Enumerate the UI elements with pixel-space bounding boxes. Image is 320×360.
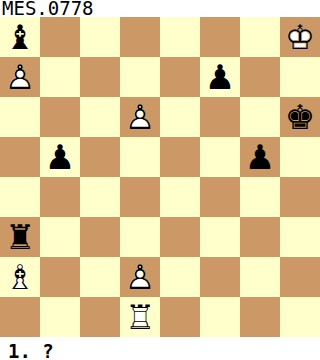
square-c2[interactable] [80, 257, 120, 297]
white-bishop: ♝♗ [0, 257, 40, 297]
square-a8[interactable]: ♝ [0, 17, 40, 57]
white-pawn: ♟♙ [120, 97, 160, 137]
square-b5[interactable]: ♟ [40, 137, 80, 177]
chess-board: ♝♚♔♟♙♟♟♙♚♟♟♜♝♗♟♙♜♖ [0, 17, 320, 337]
square-c5[interactable] [80, 137, 120, 177]
square-g8[interactable] [240, 17, 280, 57]
black-pawn: ♟ [40, 137, 80, 177]
square-f2[interactable] [200, 257, 240, 297]
white-rook: ♜♖ [120, 297, 160, 337]
square-b6[interactable] [40, 97, 80, 137]
square-b1[interactable] [40, 297, 80, 337]
square-h1[interactable] [280, 297, 320, 337]
black-king: ♚ [280, 97, 320, 137]
square-e5[interactable] [160, 137, 200, 177]
chess-diagram-window: MES.0778 ♝♚♔♟♙♟♟♙♚♟♟♜♝♗♟♙♜♖ 1. ? [0, 0, 320, 360]
square-h6[interactable]: ♚ [280, 97, 320, 137]
square-h5[interactable] [280, 137, 320, 177]
square-a4[interactable] [0, 177, 40, 217]
square-a6[interactable] [0, 97, 40, 137]
square-g5[interactable]: ♟ [240, 137, 280, 177]
black-pawn: ♟ [240, 137, 280, 177]
square-g3[interactable] [240, 217, 280, 257]
square-h7[interactable] [280, 57, 320, 97]
diagram-title: MES.0778 [0, 0, 320, 17]
square-a3[interactable]: ♜ [0, 217, 40, 257]
square-a1[interactable] [0, 297, 40, 337]
square-e1[interactable] [160, 297, 200, 337]
square-f6[interactable] [200, 97, 240, 137]
black-pawn: ♟ [200, 57, 240, 97]
square-c1[interactable] [80, 297, 120, 337]
square-c4[interactable] [80, 177, 120, 217]
square-f5[interactable] [200, 137, 240, 177]
square-g6[interactable] [240, 97, 280, 137]
black-bishop: ♝ [0, 17, 40, 57]
square-b7[interactable] [40, 57, 80, 97]
square-b8[interactable] [40, 17, 80, 57]
square-e2[interactable] [160, 257, 200, 297]
square-e6[interactable] [160, 97, 200, 137]
square-d6[interactable]: ♟♙ [120, 97, 160, 137]
square-e4[interactable] [160, 177, 200, 217]
square-b4[interactable] [40, 177, 80, 217]
square-h3[interactable] [280, 217, 320, 257]
white-pawn: ♟♙ [0, 57, 40, 97]
square-b2[interactable] [40, 257, 80, 297]
square-d3[interactable] [120, 217, 160, 257]
black-rook: ♜ [0, 217, 40, 257]
square-h8[interactable]: ♚♔ [280, 17, 320, 57]
square-g7[interactable] [240, 57, 280, 97]
square-b3[interactable] [40, 217, 80, 257]
square-d8[interactable] [120, 17, 160, 57]
square-g2[interactable] [240, 257, 280, 297]
square-d1[interactable]: ♜♖ [120, 297, 160, 337]
square-d4[interactable] [120, 177, 160, 217]
white-pawn: ♟♙ [120, 257, 160, 297]
square-d7[interactable] [120, 57, 160, 97]
square-f8[interactable] [200, 17, 240, 57]
move-prompt: 1. ? [0, 337, 320, 360]
square-e8[interactable] [160, 17, 200, 57]
square-f1[interactable] [200, 297, 240, 337]
square-f7[interactable]: ♟ [200, 57, 240, 97]
square-g4[interactable] [240, 177, 280, 217]
square-e3[interactable] [160, 217, 200, 257]
square-d2[interactable]: ♟♙ [120, 257, 160, 297]
square-c6[interactable] [80, 97, 120, 137]
square-c7[interactable] [80, 57, 120, 97]
square-d5[interactable] [120, 137, 160, 177]
square-a7[interactable]: ♟♙ [0, 57, 40, 97]
square-a5[interactable] [0, 137, 40, 177]
square-g1[interactable] [240, 297, 280, 337]
square-h4[interactable] [280, 177, 320, 217]
white-king: ♚♔ [280, 17, 320, 57]
square-f4[interactable] [200, 177, 240, 217]
square-c8[interactable] [80, 17, 120, 57]
square-e7[interactable] [160, 57, 200, 97]
square-a2[interactable]: ♝♗ [0, 257, 40, 297]
square-h2[interactable] [280, 257, 320, 297]
square-c3[interactable] [80, 217, 120, 257]
square-f3[interactable] [200, 217, 240, 257]
